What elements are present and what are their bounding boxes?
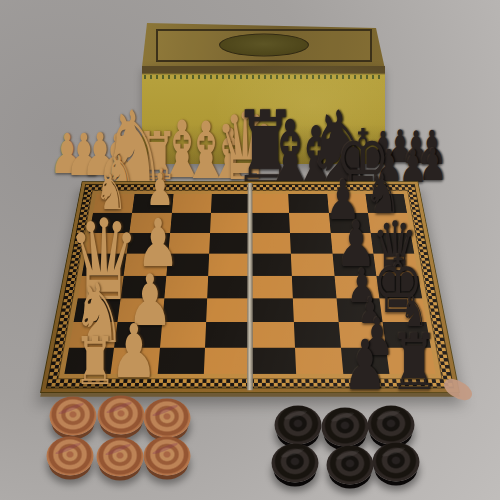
- board-piece-dark-pawn-g1[interactable]: ♟: [343, 331, 388, 400]
- square-f5[interactable]: [291, 254, 334, 276]
- square-d3[interactable]: [206, 298, 250, 322]
- square-e4[interactable]: [250, 275, 293, 298]
- square-f7[interactable]: [289, 213, 330, 233]
- checker-light[interactable]: [97, 438, 144, 477]
- square-d2[interactable]: [205, 322, 250, 347]
- checker-light[interactable]: [144, 399, 191, 438]
- square-d8[interactable]: [211, 194, 250, 213]
- square-e5[interactable]: [250, 254, 292, 276]
- square-f4[interactable]: [292, 275, 336, 298]
- photo-scene: ♟♟♟♟♞♞♜♟♝♝♝♛♜♝♝♞♚♟♟♟♟♟♟♟ ♞♟♟♛♞♟♜♟♞♟♟♛♟♚♟…: [0, 0, 500, 500]
- board-piece-dark-rook-h1[interactable]: ♜: [389, 324, 439, 401]
- square-e2[interactable]: [250, 322, 295, 347]
- checker-light[interactable]: [50, 397, 97, 436]
- board-piece-light-rook-a1[interactable]: ♜: [74, 329, 117, 395]
- square-d6[interactable]: [209, 233, 250, 254]
- checker-dark[interactable]: [322, 408, 369, 447]
- square-c1[interactable]: [157, 347, 205, 373]
- square-e6[interactable]: [250, 233, 291, 254]
- checker-dark[interactable]: [368, 406, 415, 445]
- tin-lid-medallion: [219, 34, 309, 57]
- square-f1[interactable]: [295, 347, 343, 373]
- checker-dark[interactable]: [327, 446, 374, 485]
- checker-light[interactable]: [98, 396, 145, 435]
- checker-dark[interactable]: [373, 443, 420, 482]
- square-f3[interactable]: [293, 298, 338, 322]
- square-d4[interactable]: [207, 275, 250, 298]
- square-f6[interactable]: [290, 233, 332, 254]
- checker-dark[interactable]: [272, 444, 319, 483]
- square-d5[interactable]: [208, 254, 250, 276]
- square-e1[interactable]: [250, 347, 296, 373]
- tin-lid: [140, 20, 388, 70]
- square-d1[interactable]: [204, 347, 250, 373]
- square-e3[interactable]: [250, 298, 294, 322]
- square-d7[interactable]: [210, 213, 250, 233]
- board-piece-light-pawn-b1[interactable]: ♟: [110, 314, 158, 388]
- checker-light[interactable]: [144, 437, 191, 476]
- checker-dark[interactable]: [275, 406, 322, 445]
- board-fold-hinge: [247, 183, 253, 390]
- square-f8[interactable]: [288, 194, 328, 213]
- square-e8[interactable]: [250, 194, 289, 213]
- checker-light[interactable]: [47, 437, 94, 476]
- square-f2[interactable]: [294, 322, 340, 347]
- square-e7[interactable]: [250, 213, 290, 233]
